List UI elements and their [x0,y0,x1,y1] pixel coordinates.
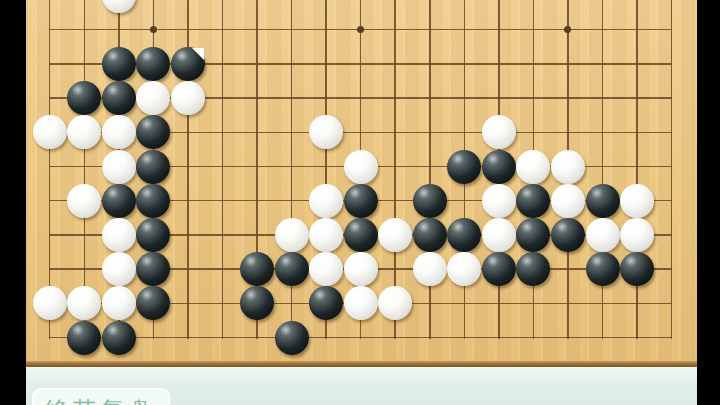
stone-white-K6[interactable] [344,150,378,184]
stone-black-D5[interactable] [136,184,170,218]
stone-white-S5[interactable] [620,184,654,218]
stone-white-B5[interactable] [67,184,101,218]
stone-white-L4[interactable] [378,218,412,252]
bottom-panel: 绝艺复盘 [26,367,697,405]
grid-line-vertical-18 [636,0,638,339]
stone-black-P4[interactable] [516,218,550,252]
stone-black-K5[interactable] [344,184,378,218]
stone-white-S4[interactable] [620,218,654,252]
stone-white-N3[interactable] [447,252,481,286]
stone-black-Q4[interactable] [551,218,585,252]
grid-line-horizontal-19 [49,337,672,339]
stone-white-M3[interactable] [413,252,447,286]
stone-white-C7[interactable] [102,115,136,149]
stone-white-H4[interactable] [275,218,309,252]
stone-white-J7[interactable] [309,115,343,149]
jueyi-review-button[interactable]: 绝艺复盘 [32,388,170,405]
stone-black-B1[interactable] [67,321,101,355]
stone-black-N4[interactable] [447,218,481,252]
grid-line-vertical-17 [602,0,604,339]
stone-black-D6[interactable] [136,150,170,184]
stone-black-D9[interactable] [136,47,170,81]
stone-black-P5[interactable] [516,184,550,218]
stone-black-B8[interactable] [67,81,101,115]
stone-black-D3[interactable] [136,252,170,286]
stone-black-C9[interactable] [102,47,136,81]
stone-white-C3[interactable] [102,252,136,286]
stone-black-R5[interactable] [586,184,620,218]
star-point [564,26,571,33]
stone-black-H3[interactable] [275,252,309,286]
grid-line-vertical-8 [291,0,293,339]
stone-white-O4[interactable] [482,218,516,252]
stone-white-O5[interactable] [482,184,516,218]
stone-white-C11[interactable] [102,0,136,13]
stone-white-A7[interactable] [33,115,67,149]
stone-black-S3[interactable] [620,252,654,286]
stone-white-K3[interactable] [344,252,378,286]
stone-white-J4[interactable] [309,218,343,252]
stone-black-G3[interactable] [240,252,274,286]
star-point [150,26,157,33]
grid-line-vertical-6 [222,0,224,339]
stone-white-B7[interactable] [67,115,101,149]
stone-white-R4[interactable] [586,218,620,252]
stone-black-R3[interactable] [586,252,620,286]
stone-white-A2[interactable] [33,286,67,320]
grid-line-vertical-19 [671,0,673,339]
stone-black-H1[interactable] [275,321,309,355]
stone-white-C6[interactable] [102,150,136,184]
stone-white-C4[interactable] [102,218,136,252]
stone-white-E8[interactable] [171,81,205,115]
stone-black-K4[interactable] [344,218,378,252]
stone-white-L2[interactable] [378,286,412,320]
stone-black-G2[interactable] [240,286,274,320]
last-move-marker [192,48,204,60]
star-point [357,26,364,33]
stone-white-K2[interactable] [344,286,378,320]
stone-black-E9[interactable] [171,47,205,81]
stone-white-J5[interactable] [309,184,343,218]
stone-black-D7[interactable] [136,115,170,149]
stone-black-J2[interactable] [309,286,343,320]
stone-white-O7[interactable] [482,115,516,149]
stone-white-J3[interactable] [309,252,343,286]
stone-white-P6[interactable] [516,150,550,184]
stone-black-N6[interactable] [447,150,481,184]
stone-black-M5[interactable] [413,184,447,218]
stone-white-Q6[interactable] [551,150,585,184]
stone-black-P3[interactable] [516,252,550,286]
stone-white-Q5[interactable] [551,184,585,218]
stone-black-C8[interactable] [102,81,136,115]
stone-black-C5[interactable] [102,184,136,218]
letterbox-right [697,0,720,405]
stone-black-M4[interactable] [413,218,447,252]
stone-black-D2[interactable] [136,286,170,320]
stone-white-C2[interactable] [102,286,136,320]
stone-black-C1[interactable] [102,321,136,355]
letterbox-left [0,0,26,405]
stone-black-O6[interactable] [482,150,516,184]
stone-black-O3[interactable] [482,252,516,286]
stone-black-D4[interactable] [136,218,170,252]
grid-line-vertical-12 [429,0,431,339]
stone-white-D8[interactable] [136,81,170,115]
go-board[interactable] [26,0,697,361]
stone-white-B2[interactable] [67,286,101,320]
